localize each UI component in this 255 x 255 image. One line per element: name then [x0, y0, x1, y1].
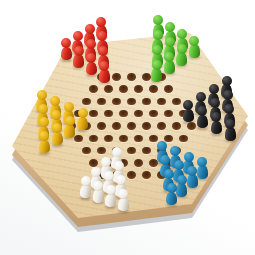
- peg-body: [93, 189, 104, 203]
- peg-green[interactable]: [176, 44, 187, 66]
- peg-head: [184, 152, 194, 162]
- peg-head: [73, 31, 83, 41]
- peg-head: [51, 110, 61, 120]
- peg-body: [39, 140, 50, 154]
- peg-head: [177, 44, 187, 54]
- peg-body: [73, 54, 84, 68]
- peg-head: [114, 161, 124, 171]
- board-hole[interactable]: [134, 159, 143, 167]
- board-hole[interactable]: [127, 73, 136, 81]
- peg-head: [74, 46, 84, 56]
- board-hole[interactable]: [119, 85, 128, 93]
- board-hole[interactable]: [157, 122, 166, 130]
- peg-black[interactable]: [183, 100, 194, 122]
- peg-yellow[interactable]: [39, 131, 50, 153]
- peg-blue[interactable]: [176, 175, 187, 197]
- peg-body: [187, 174, 198, 188]
- peg-body: [211, 121, 222, 135]
- peg-blue[interactable]: [187, 166, 198, 188]
- board-hole[interactable]: [142, 147, 151, 155]
- peg-body: [164, 60, 175, 74]
- peg-body: [183, 109, 194, 123]
- peg-white[interactable]: [105, 185, 116, 207]
- board-hole[interactable]: [112, 98, 121, 106]
- peg-body: [151, 68, 162, 82]
- board-hole[interactable]: [112, 73, 121, 81]
- board-hole[interactable]: [97, 147, 106, 155]
- peg-head: [64, 102, 74, 112]
- peg-body: [176, 52, 187, 66]
- peg-head: [187, 166, 197, 176]
- peg-head: [160, 155, 170, 165]
- board-hole[interactable]: [119, 135, 128, 143]
- peg-green[interactable]: [151, 60, 162, 82]
- peg-head: [86, 53, 96, 63]
- peg-body: [86, 62, 97, 76]
- peg-head: [97, 31, 107, 41]
- peg-head: [38, 104, 48, 114]
- peg-body: [189, 44, 200, 58]
- peg-body: [118, 198, 129, 212]
- peg-body: [64, 124, 75, 138]
- peg-head: [78, 108, 88, 118]
- peg-body: [166, 192, 177, 206]
- peg-head: [174, 160, 184, 170]
- peg-head: [93, 181, 103, 191]
- peg-black[interactable]: [211, 112, 222, 134]
- board-hole[interactable]: [142, 98, 151, 106]
- board-hole[interactable]: [172, 122, 181, 130]
- peg-head: [61, 38, 71, 48]
- peg-body: [176, 183, 187, 197]
- peg-yellow[interactable]: [77, 108, 88, 130]
- board-hole[interactable]: [82, 147, 91, 155]
- peg-head: [118, 189, 128, 199]
- peg-head: [165, 22, 175, 32]
- peg-body: [197, 115, 208, 129]
- peg-head: [96, 17, 106, 27]
- board-hole[interactable]: [142, 73, 151, 81]
- peg-body: [105, 194, 116, 208]
- peg-head: [39, 117, 49, 127]
- peg-body: [197, 165, 208, 179]
- peg-head: [211, 112, 221, 122]
- board-hole[interactable]: [104, 85, 113, 93]
- board-hole[interactable]: [89, 159, 98, 167]
- board-hole[interactable]: [127, 98, 136, 106]
- board-hole[interactable]: [142, 122, 151, 130]
- peg-head: [225, 119, 235, 129]
- peg-head: [152, 60, 162, 70]
- peg-head: [177, 175, 187, 185]
- peg-head: [91, 167, 101, 177]
- peg-head: [85, 24, 95, 34]
- peg-head: [37, 90, 47, 100]
- board-hole[interactable]: [179, 135, 188, 143]
- board-hole[interactable]: [157, 98, 166, 106]
- board-hole[interactable]: [142, 171, 151, 179]
- product-photo: [0, 0, 255, 255]
- board-hole[interactable]: [97, 122, 106, 130]
- peg-head: [98, 46, 108, 56]
- peg-blue[interactable]: [166, 183, 177, 205]
- peg-red[interactable]: [86, 53, 97, 75]
- peg-head: [177, 29, 187, 39]
- peg-head: [210, 98, 220, 108]
- board-hole[interactable]: [74, 135, 83, 143]
- peg-head: [167, 183, 177, 193]
- peg-black[interactable]: [197, 106, 208, 128]
- peg-head: [157, 141, 167, 151]
- board-hole[interactable]: [127, 147, 136, 155]
- peg-body: [77, 117, 88, 131]
- peg-red[interactable]: [61, 38, 72, 60]
- peg-head: [165, 37, 175, 47]
- peg-head: [81, 176, 91, 186]
- peg-head: [106, 185, 116, 195]
- peg-white[interactable]: [93, 181, 104, 203]
- peg-white[interactable]: [118, 189, 129, 211]
- board-hole[interactable]: [89, 85, 98, 93]
- peg-red[interactable]: [73, 46, 84, 68]
- peg-body: [52, 132, 63, 146]
- board-hole[interactable]: [134, 85, 143, 93]
- peg-head: [170, 146, 180, 156]
- peg-head: [223, 90, 233, 100]
- peg-head: [112, 147, 122, 157]
- board-hole[interactable]: [89, 135, 98, 143]
- board-hole[interactable]: [134, 135, 143, 143]
- peg-head: [164, 169, 174, 179]
- peg-head: [39, 131, 49, 141]
- peg-green[interactable]: [189, 36, 200, 58]
- board-hole[interactable]: [104, 135, 113, 143]
- peg-body: [225, 127, 236, 141]
- peg-head: [99, 61, 109, 71]
- peg-black[interactable]: [225, 119, 236, 141]
- board-hole[interactable]: [127, 122, 136, 130]
- peg-head: [153, 30, 163, 40]
- peg-body: [61, 47, 72, 61]
- peg-blue[interactable]: [197, 157, 208, 179]
- peg-white[interactable]: [80, 176, 91, 198]
- board-hole[interactable]: [82, 98, 91, 106]
- peg-head: [65, 116, 75, 126]
- board-hole[interactable]: [172, 98, 181, 106]
- peg-body: [99, 69, 110, 83]
- peg-yellow[interactable]: [64, 116, 75, 138]
- peg-red[interactable]: [99, 61, 110, 83]
- peg-head: [153, 15, 163, 25]
- peg-body: [80, 185, 91, 199]
- peg-green[interactable]: [164, 52, 175, 74]
- board-hole[interactable]: [112, 122, 121, 130]
- peg-head: [104, 171, 114, 181]
- peg-head: [209, 84, 219, 94]
- peg-head: [164, 52, 174, 62]
- board-hole[interactable]: [97, 98, 106, 106]
- peg-head: [222, 76, 232, 86]
- board-hole[interactable]: [149, 85, 158, 93]
- peg-yellow[interactable]: [52, 123, 63, 145]
- peg-head: [224, 104, 234, 114]
- peg-head: [196, 92, 206, 102]
- peg-head: [116, 175, 126, 185]
- peg-head: [52, 123, 62, 133]
- board-hole[interactable]: [127, 171, 136, 179]
- board-hole[interactable]: [164, 85, 173, 93]
- peg-head: [86, 39, 96, 49]
